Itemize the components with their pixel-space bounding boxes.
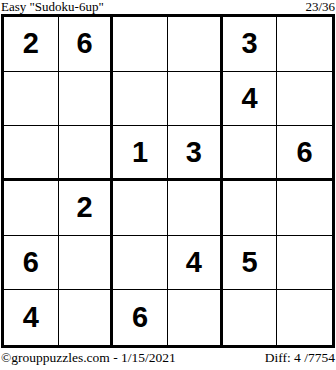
footer: ©grouppuzzles.com - 1/15/2021 Diff: 4 /7… bbox=[0, 350, 336, 365]
cell-r2c5: 4 bbox=[223, 72, 278, 127]
cell-r1c1: 2 bbox=[4, 17, 59, 72]
puzzle-title: Easy "Sudoku-6up" bbox=[1, 0, 104, 13]
copyright-text: ©grouppuzzles.com - 1/15/2021 bbox=[1, 350, 176, 365]
cell-r3c1[interactable] bbox=[4, 126, 59, 181]
cell-r2c2[interactable] bbox=[59, 72, 114, 127]
cell-r5c2[interactable] bbox=[59, 236, 114, 291]
cell-r3c3: 1 bbox=[113, 126, 168, 181]
sudoku-page: Easy "Sudoku-6up" 23/36 2 6 3 4 1 3 6 2 … bbox=[0, 0, 336, 370]
cell-r2c4[interactable] bbox=[168, 72, 223, 127]
cell-r6c5[interactable] bbox=[223, 290, 278, 345]
cell-r4c4[interactable] bbox=[168, 181, 223, 236]
cell-r1c2: 6 bbox=[59, 17, 114, 72]
cell-r5c5: 5 bbox=[223, 236, 278, 291]
cell-r1c3[interactable] bbox=[113, 17, 168, 72]
cell-r5c6[interactable] bbox=[277, 236, 332, 291]
cell-r3c6: 6 bbox=[277, 126, 332, 181]
difficulty-text: Diff: 4 /7754 bbox=[265, 350, 335, 365]
cell-r4c6[interactable] bbox=[277, 181, 332, 236]
cell-r3c5[interactable] bbox=[223, 126, 278, 181]
cell-r5c1: 6 bbox=[4, 236, 59, 291]
cell-r4c5[interactable] bbox=[223, 181, 278, 236]
sudoku-board: 2 6 3 4 1 3 6 2 6 4 5 4 6 bbox=[1, 14, 335, 348]
header: Easy "Sudoku-6up" 23/36 bbox=[0, 0, 336, 14]
cell-r5c3[interactable] bbox=[113, 236, 168, 291]
cell-r3c2[interactable] bbox=[59, 126, 114, 181]
cell-r1c6[interactable] bbox=[277, 17, 332, 72]
cell-r4c1[interactable] bbox=[4, 181, 59, 236]
cell-r1c4[interactable] bbox=[168, 17, 223, 72]
cell-r5c4: 4 bbox=[168, 236, 223, 291]
progress-counter: 23/36 bbox=[305, 0, 335, 13]
cell-r2c6[interactable] bbox=[277, 72, 332, 127]
cell-r4c2: 2 bbox=[59, 181, 114, 236]
cell-r6c3: 6 bbox=[113, 290, 168, 345]
cell-r3c4: 3 bbox=[168, 126, 223, 181]
cell-r2c1[interactable] bbox=[4, 72, 59, 127]
cell-r4c3[interactable] bbox=[113, 181, 168, 236]
cell-r6c2[interactable] bbox=[59, 290, 114, 345]
cell-r6c6[interactable] bbox=[277, 290, 332, 345]
cell-r6c1: 4 bbox=[4, 290, 59, 345]
cell-r2c3[interactable] bbox=[113, 72, 168, 127]
cell-r1c5: 3 bbox=[223, 17, 278, 72]
cell-r6c4[interactable] bbox=[168, 290, 223, 345]
